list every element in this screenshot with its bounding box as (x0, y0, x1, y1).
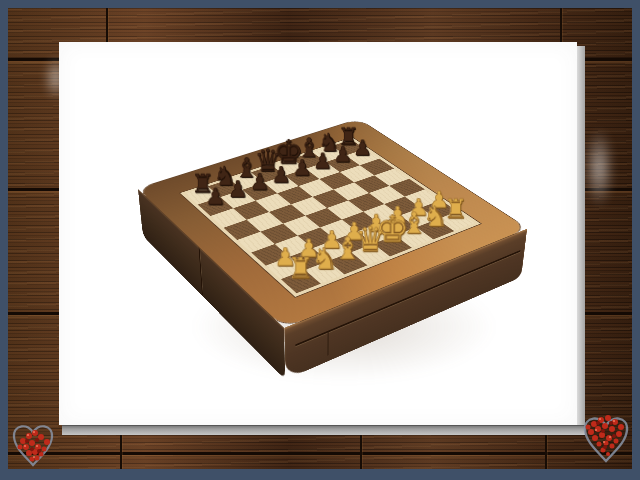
plank-seam (8, 452, 632, 455)
berry-heart-ornament-left (6, 420, 60, 472)
photo-canvas: ♜♞♝♛♚♝♞♜♟♟♟♟♟♟♟♟♟♟♟♟♟♟♟♟♜♞♝♛♚♝♞♜ (59, 42, 577, 425)
glare-wisp (584, 128, 614, 208)
drawer-edge (327, 332, 328, 356)
berry-heart-ornament-right (574, 410, 638, 468)
canvas-edge-bottom (62, 425, 585, 435)
chess-box-scene: ♜♞♝♛♚♝♞♜♟♟♟♟♟♟♟♟♟♟♟♟♟♟♟♟♜♞♝♛♚♝♞♜ (59, 42, 577, 425)
white-rook-piece: ♜ (281, 231, 321, 282)
product-photo: ♜♞♝♛♚♝♞♜♟♟♟♟♟♟♟♟♟♟♟♟♟♟♟♟♜♞♝♛♚♝♞♜ (0, 0, 640, 480)
plank-joint (545, 433, 547, 469)
plank-joint (120, 433, 122, 469)
drawer-seam (198, 247, 202, 295)
canvas-edge-right (577, 46, 585, 433)
plank-joint (360, 433, 362, 469)
